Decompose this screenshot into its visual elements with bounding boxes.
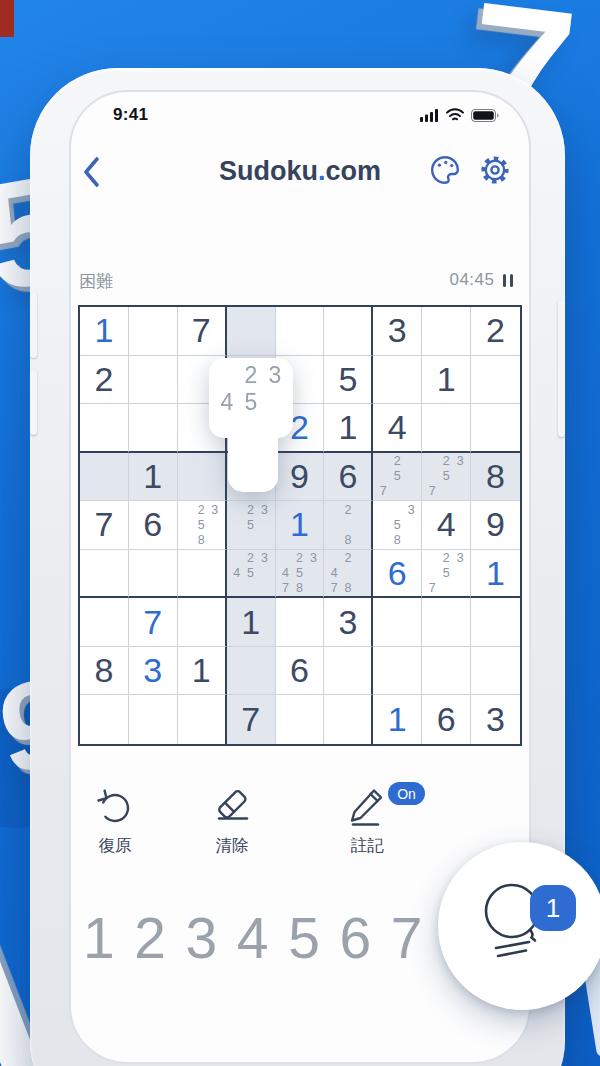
cell-value: 3 <box>388 311 407 350</box>
settings-button[interactable] <box>479 154 511 186</box>
cell-r2c1[interactable]: 2 <box>80 356 129 405</box>
cell-r7c7[interactable] <box>373 598 422 647</box>
cell-r2c8[interactable]: 1 <box>422 356 471 405</box>
cell-notes: 2358 <box>181 502 222 548</box>
cell-r4c6[interactable]: 6 <box>324 453 373 502</box>
cell-r4c7[interactable]: 257 <box>373 453 422 502</box>
cell-value: 4 <box>437 505 456 544</box>
cell-r7c5[interactable] <box>276 598 325 647</box>
cell-r7c9[interactable] <box>471 598 520 647</box>
cell-value: 1 <box>338 408 357 447</box>
cell-r2c6[interactable]: 5 <box>324 356 373 405</box>
cell-r4c2[interactable]: 1 <box>129 453 178 502</box>
cell-r5c7[interactable]: 358 <box>373 501 422 550</box>
cell-r6c6[interactable]: 2478 <box>324 550 373 599</box>
cell-r2c7[interactable] <box>373 356 422 405</box>
cell-value: 1 <box>486 554 505 593</box>
volume-up-button <box>30 292 37 358</box>
power-button <box>558 300 565 437</box>
cell-r9c3[interactable] <box>178 695 227 744</box>
cell-r1c3[interactable]: 7 <box>178 307 227 356</box>
cell-value: 2 <box>94 360 113 399</box>
cell-r1c6[interactable] <box>324 307 373 356</box>
numpad-2[interactable]: 2 <box>134 910 166 967</box>
cell-value: 1 <box>241 603 260 642</box>
cell-notes: 257 <box>376 454 418 500</box>
cell-r8c7[interactable] <box>373 647 422 696</box>
cell-r5c6[interactable]: 28 <box>324 501 373 550</box>
hint-button[interactable]: 1 <box>438 842 600 1010</box>
notes-magnifier-tail <box>228 428 278 492</box>
cell-value: 6 <box>437 700 456 739</box>
cell-r3c9[interactable] <box>471 404 520 453</box>
cell-r9c8[interactable]: 6 <box>422 695 471 744</box>
difficulty-label: 困難 <box>79 270 113 293</box>
cell-r3c8[interactable] <box>422 404 471 453</box>
notes-magnifier-popup: 2345 <box>209 358 293 496</box>
sudoku-board: 1732251214123459625723578762358235128358… <box>78 305 522 746</box>
cell-notes: 28 <box>327 502 368 548</box>
cell-value: 7 <box>143 603 162 642</box>
notes-label: 註記 <box>322 835 412 857</box>
battery-icon <box>471 109 499 122</box>
cell-value: 1 <box>94 311 113 350</box>
numpad-5[interactable]: 5 <box>288 910 320 967</box>
cell-notes: 234578 <box>279 551 321 596</box>
cell-r6c1[interactable] <box>80 550 129 599</box>
cell-r1c2[interactable] <box>129 307 178 356</box>
cell-r7c8[interactable] <box>422 598 471 647</box>
status-time: 9:41 <box>113 105 148 125</box>
cell-r5c5[interactable]: 1 <box>276 501 325 550</box>
cell-notes: 235 <box>230 502 272 548</box>
cell-r9c6[interactable] <box>324 695 373 744</box>
cell-value: 3 <box>486 700 505 739</box>
cell-r5c2[interactable]: 6 <box>129 501 178 550</box>
cell-r6c7[interactable]: 6 <box>373 550 422 599</box>
erase-label: 清除 <box>187 835 277 857</box>
title-main: Sudoku <box>219 156 318 186</box>
cell-r5c8[interactable]: 4 <box>422 501 471 550</box>
cell-value: 6 <box>143 505 162 544</box>
cell-r9c9[interactable]: 3 <box>471 695 520 744</box>
cell-value: 1 <box>437 360 456 399</box>
cell-r1c9[interactable]: 2 <box>471 307 520 356</box>
cell-r4c9[interactable]: 8 <box>471 453 520 502</box>
cell-value: 6 <box>388 554 407 593</box>
numpad-6[interactable]: 6 <box>339 910 371 967</box>
cell-r2c2[interactable] <box>129 356 178 405</box>
cell-r4c1[interactable] <box>80 453 129 502</box>
title-suffix: com <box>325 156 381 186</box>
cell-r5c9[interactable]: 9 <box>471 501 520 550</box>
wifi-icon <box>445 108 465 122</box>
cell-value: 9 <box>486 505 505 544</box>
volume-down-button <box>30 370 37 435</box>
status-icons <box>420 108 499 122</box>
gear-icon <box>479 154 511 186</box>
cell-value: 6 <box>290 651 309 690</box>
cell-r8c9[interactable] <box>471 647 520 696</box>
cell-value: 2 <box>486 311 505 350</box>
cell-r5c4[interactable]: 235 <box>227 501 276 550</box>
cell-notes: 2357 <box>425 551 467 596</box>
cell-value: 1 <box>192 651 211 690</box>
cell-r1c1[interactable]: 1 <box>80 307 129 356</box>
palette-icon <box>429 154 461 186</box>
cell-r7c1[interactable] <box>80 598 129 647</box>
erase-button[interactable]: 清除 <box>187 785 277 857</box>
numpad-7[interactable]: 7 <box>391 910 423 967</box>
cell-r3c1[interactable] <box>80 404 129 453</box>
cell-r8c2[interactable]: 3 <box>129 647 178 696</box>
cell-r8c3[interactable]: 1 <box>178 647 227 696</box>
cell-value: 6 <box>338 457 357 496</box>
cell-r7c3[interactable] <box>178 598 227 647</box>
cell-notes: 358 <box>376 502 418 548</box>
pause-button[interactable] <box>503 274 514 287</box>
cell-notes: 2357 <box>425 454 467 500</box>
cell-notes: 2345 <box>230 551 272 596</box>
cell-r3c6[interactable]: 1 <box>324 404 373 453</box>
cell-r1c5[interactable] <box>276 307 325 356</box>
cell-r8c4[interactable] <box>227 647 276 696</box>
corner-red-artifact <box>0 0 14 37</box>
cell-value: 4 <box>388 408 407 447</box>
cell-value: 7 <box>94 505 113 544</box>
cell-value: 3 <box>143 651 162 690</box>
cell-notes: 2478 <box>327 551 368 596</box>
cell-value: 1 <box>143 457 162 496</box>
phone-frame: 9:41 <box>30 68 565 1066</box>
notes-on-badge: On <box>388 782 425 805</box>
theme-palette-button[interactable] <box>429 154 461 186</box>
cell-value: 7 <box>192 311 211 350</box>
cell-r8c5[interactable]: 6 <box>276 647 325 696</box>
cell-r6c2[interactable] <box>129 550 178 599</box>
timer-area: 04:45 <box>449 270 513 290</box>
timer-value: 04:45 <box>449 270 494 290</box>
undo-button[interactable]: 復原 <box>71 785 160 857</box>
cell-r4c8[interactable]: 2357 <box>422 453 471 502</box>
hint-count-badge: 1 <box>530 885 576 931</box>
cell-r6c4[interactable]: 2345 <box>227 550 276 599</box>
cell-r2c9[interactable] <box>471 356 520 405</box>
cell-r5c1[interactable]: 7 <box>80 501 129 550</box>
cell-r6c8[interactable]: 2357 <box>422 550 471 599</box>
cell-r8c8[interactable] <box>422 647 471 696</box>
undo-label: 復原 <box>71 835 160 857</box>
cell-value: 5 <box>338 360 357 399</box>
cell-r9c2[interactable] <box>129 695 178 744</box>
cell-value: 8 <box>94 651 113 690</box>
cell-r9c4[interactable]: 7 <box>227 695 276 744</box>
cell-value: 8 <box>486 457 505 496</box>
cell-r1c7[interactable]: 3 <box>373 307 422 356</box>
cell-value: 7 <box>241 700 260 739</box>
cell-r7c4[interactable]: 1 <box>227 598 276 647</box>
numpad-3[interactable]: 3 <box>186 910 218 967</box>
cell-r3c2[interactable] <box>129 404 178 453</box>
eraser-icon <box>187 785 277 827</box>
cell-r5c3[interactable]: 2358 <box>178 501 227 550</box>
numpad-4[interactable]: 4 <box>237 910 269 967</box>
cell-r8c6[interactable] <box>324 647 373 696</box>
undo-icon <box>71 785 160 827</box>
cell-r6c3[interactable] <box>178 550 227 599</box>
cell-r1c4[interactable] <box>227 307 276 356</box>
cell-r9c5[interactable] <box>276 695 325 744</box>
cell-r9c1[interactable] <box>80 695 129 744</box>
cell-r1c8[interactable] <box>422 307 471 356</box>
signal-strength-icon <box>420 109 439 122</box>
cell-value: 3 <box>338 603 357 642</box>
numpad-1[interactable]: 1 <box>83 910 115 967</box>
cell-value: 1 <box>290 505 309 544</box>
cell-r6c9[interactable]: 1 <box>471 550 520 599</box>
cell-r7c6[interactable]: 3 <box>324 598 373 647</box>
cell-r3c7[interactable]: 4 <box>373 404 422 453</box>
cell-r8c1[interactable]: 8 <box>80 647 129 696</box>
cell-r7c2[interactable]: 7 <box>129 598 178 647</box>
cell-r9c7[interactable]: 1 <box>373 695 422 744</box>
cell-r6c5[interactable]: 234578 <box>276 550 325 599</box>
notes-magnifier-digits: 2345 <box>215 362 287 434</box>
cell-value: 1 <box>388 700 407 739</box>
